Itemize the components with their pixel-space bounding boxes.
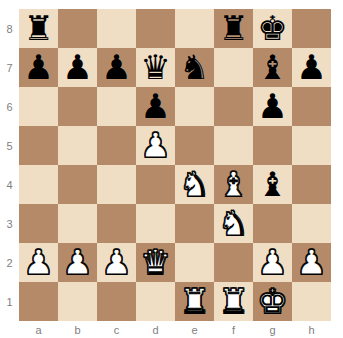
square-g1[interactable]: ♚ xyxy=(253,282,292,321)
square-d3[interactable] xyxy=(136,204,175,243)
square-d6[interactable]: ♟ xyxy=(136,87,175,126)
square-b8[interactable] xyxy=(58,9,97,48)
square-d8[interactable] xyxy=(136,9,175,48)
white-pawn: ♟ xyxy=(140,126,170,165)
black-pawn: ♟ xyxy=(23,48,53,87)
square-h5[interactable] xyxy=(292,126,331,165)
square-h8[interactable] xyxy=(292,9,331,48)
square-a3[interactable] xyxy=(19,204,58,243)
square-a6[interactable] xyxy=(19,87,58,126)
square-f4[interactable]: ♝ xyxy=(214,165,253,204)
square-d7[interactable]: ♛ xyxy=(136,48,175,87)
square-h7[interactable]: ♟ xyxy=(292,48,331,87)
rank-label-8: 8 xyxy=(0,9,19,48)
square-c3[interactable] xyxy=(97,204,136,243)
white-king: ♚ xyxy=(257,282,287,321)
file-label-h: h xyxy=(292,321,331,338)
square-h4[interactable] xyxy=(292,165,331,204)
white-queen: ♛ xyxy=(140,243,170,282)
square-e1[interactable]: ♜ xyxy=(175,282,214,321)
square-e2[interactable] xyxy=(175,243,214,282)
square-c7[interactable]: ♟ xyxy=(97,48,136,87)
white-pawn: ♟ xyxy=(101,243,131,282)
square-d4[interactable] xyxy=(136,165,175,204)
rank-labels: 87654321 xyxy=(0,9,19,321)
square-a2[interactable]: ♟ xyxy=(19,243,58,282)
black-king: ♚ xyxy=(257,9,287,48)
square-b6[interactable] xyxy=(58,87,97,126)
square-a1[interactable] xyxy=(19,282,58,321)
rank-label-1: 1 xyxy=(0,282,19,321)
white-pawn: ♟ xyxy=(296,243,326,282)
white-knight: ♞ xyxy=(218,204,248,243)
black-pawn: ♟ xyxy=(62,48,92,87)
file-label-e: e xyxy=(175,321,214,338)
square-b1[interactable] xyxy=(58,282,97,321)
rank-label-4: 4 xyxy=(0,165,19,204)
rank-label-2: 2 xyxy=(0,243,19,282)
black-pawn: ♟ xyxy=(140,87,170,126)
black-queen: ♛ xyxy=(140,48,170,87)
black-pawn: ♟ xyxy=(296,48,326,87)
square-g6[interactable]: ♟ xyxy=(253,87,292,126)
square-d2[interactable]: ♛ xyxy=(136,243,175,282)
square-g2[interactable]: ♟ xyxy=(253,243,292,282)
square-f5[interactable] xyxy=(214,126,253,165)
square-e3[interactable] xyxy=(175,204,214,243)
square-e8[interactable] xyxy=(175,9,214,48)
rank-label-7: 7 xyxy=(0,48,19,87)
square-e6[interactable] xyxy=(175,87,214,126)
square-c2[interactable]: ♟ xyxy=(97,243,136,282)
square-a4[interactable] xyxy=(19,165,58,204)
square-d1[interactable] xyxy=(136,282,175,321)
square-e7[interactable]: ♞ xyxy=(175,48,214,87)
file-label-b: b xyxy=(58,321,97,338)
white-rook: ♜ xyxy=(179,282,209,321)
chess-board-diagram: 87654321 ♜♜♚♟♟♟♛♞♝♟♟♟♟♞♝♝♞♟♟♟♛♟♟♜♜♚ abcd… xyxy=(0,0,343,338)
black-pawn: ♟ xyxy=(101,48,131,87)
white-pawn: ♟ xyxy=(257,243,287,282)
white-bishop: ♝ xyxy=(218,165,248,204)
black-bishop: ♝ xyxy=(257,165,287,204)
square-c5[interactable] xyxy=(97,126,136,165)
black-bishop: ♝ xyxy=(257,48,287,87)
square-f7[interactable] xyxy=(214,48,253,87)
file-label-d: d xyxy=(136,321,175,338)
square-f1[interactable]: ♜ xyxy=(214,282,253,321)
square-h6[interactable] xyxy=(292,87,331,126)
square-h1[interactable] xyxy=(292,282,331,321)
square-b3[interactable] xyxy=(58,204,97,243)
black-pawn: ♟ xyxy=(257,87,287,126)
square-g4[interactable]: ♝ xyxy=(253,165,292,204)
square-f8[interactable]: ♜ xyxy=(214,9,253,48)
square-a5[interactable] xyxy=(19,126,58,165)
square-d5[interactable]: ♟ xyxy=(136,126,175,165)
square-c1[interactable] xyxy=(97,282,136,321)
square-b2[interactable]: ♟ xyxy=(58,243,97,282)
square-f2[interactable] xyxy=(214,243,253,282)
file-label-f: f xyxy=(214,321,253,338)
file-labels: abcdefgh xyxy=(19,321,331,338)
square-h3[interactable] xyxy=(292,204,331,243)
square-g5[interactable] xyxy=(253,126,292,165)
white-pawn: ♟ xyxy=(23,243,53,282)
square-h2[interactable]: ♟ xyxy=(292,243,331,282)
white-knight: ♞ xyxy=(179,165,209,204)
white-pawn: ♟ xyxy=(62,243,92,282)
file-label-a: a xyxy=(19,321,58,338)
square-e4[interactable]: ♞ xyxy=(175,165,214,204)
square-c6[interactable] xyxy=(97,87,136,126)
square-a7[interactable]: ♟ xyxy=(19,48,58,87)
file-label-g: g xyxy=(253,321,292,338)
square-a8[interactable]: ♜ xyxy=(19,9,58,48)
rank-label-6: 6 xyxy=(0,87,19,126)
rank-label-5: 5 xyxy=(0,126,19,165)
rank-label-3: 3 xyxy=(0,204,19,243)
chess-board: ♜♜♚♟♟♟♛♞♝♟♟♟♟♞♝♝♞♟♟♟♛♟♟♜♜♚ xyxy=(19,9,331,321)
square-f6[interactable] xyxy=(214,87,253,126)
black-rook: ♜ xyxy=(218,9,248,48)
square-e5[interactable] xyxy=(175,126,214,165)
square-b4[interactable] xyxy=(58,165,97,204)
square-b5[interactable] xyxy=(58,126,97,165)
square-g8[interactable]: ♚ xyxy=(253,9,292,48)
square-b7[interactable]: ♟ xyxy=(58,48,97,87)
square-g7[interactable]: ♝ xyxy=(253,48,292,87)
square-c4[interactable] xyxy=(97,165,136,204)
white-rook: ♜ xyxy=(218,282,248,321)
black-knight: ♞ xyxy=(179,48,209,87)
square-g3[interactable] xyxy=(253,204,292,243)
file-label-c: c xyxy=(97,321,136,338)
square-c8[interactable] xyxy=(97,9,136,48)
square-f3[interactable]: ♞ xyxy=(214,204,253,243)
black-rook: ♜ xyxy=(23,9,53,48)
